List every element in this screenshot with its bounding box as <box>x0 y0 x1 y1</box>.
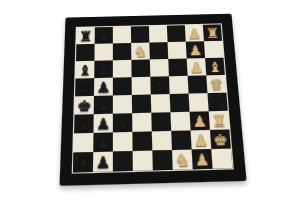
square-a4[interactable] <box>149 26 168 43</box>
square-e3[interactable] <box>170 94 190 113</box>
square-c5[interactable] <box>131 59 150 77</box>
piece-black-pawn-g7[interactable]: ♟ <box>96 134 111 150</box>
square-c2[interactable]: ♟ <box>187 58 207 76</box>
piece-white-queen-d1[interactable]: ♛ <box>209 77 224 92</box>
piece-black-knight-d4[interactable]: ♞ <box>153 78 167 93</box>
square-d7[interactable]: ♟ <box>94 78 113 96</box>
square-c4[interactable] <box>150 59 169 77</box>
square-d2[interactable] <box>188 75 208 93</box>
square-f5[interactable] <box>132 113 152 132</box>
square-f7[interactable]: ♟ <box>93 114 112 133</box>
square-b3[interactable] <box>168 42 187 59</box>
square-f2[interactable]: ♟ <box>190 111 210 130</box>
piece-white-rook-a1[interactable]: ♜ <box>205 26 219 40</box>
piece-white-pawn-h2[interactable]: ♟ <box>194 151 210 168</box>
square-b5[interactable]: ♞ <box>131 43 150 60</box>
square-e5[interactable] <box>132 94 151 113</box>
piece-white-king-g1[interactable]: ♚ <box>213 131 229 147</box>
square-c7[interactable]: ♟ <box>94 60 113 78</box>
square-g3[interactable] <box>171 130 191 150</box>
square-g8[interactable] <box>73 133 93 153</box>
square-b7[interactable] <box>94 43 112 60</box>
chess-board-grid: ♜♟♟♜♞♟♝♟♟♝♛♟♞♛♚♟♝♟♞♟♜♟♟♚♜♟♞♟ <box>73 24 233 172</box>
square-h4[interactable] <box>152 150 172 170</box>
piece-black-pawn-a7[interactable]: ♟ <box>97 28 110 42</box>
piece-black-rook-h8[interactable]: ♜ <box>76 154 91 171</box>
square-f3[interactable] <box>170 112 190 131</box>
square-g2[interactable]: ♟ <box>191 130 212 150</box>
square-a3[interactable] <box>167 25 186 42</box>
square-d5[interactable] <box>132 77 151 95</box>
square-e8[interactable]: ♚ <box>74 96 93 115</box>
square-c8[interactable]: ♝ <box>75 61 94 79</box>
square-b2[interactable]: ♟ <box>186 41 205 58</box>
square-g5[interactable] <box>132 131 152 151</box>
piece-black-queen-d8[interactable]: ♛ <box>78 80 92 95</box>
square-f8[interactable]: ♝ <box>74 114 94 133</box>
piece-black-bishop-c8[interactable]: ♝ <box>78 62 92 77</box>
square-h5[interactable] <box>133 151 153 171</box>
square-f1[interactable]: ♜ <box>209 111 230 130</box>
square-a8[interactable]: ♜ <box>76 27 94 44</box>
square-g7[interactable]: ♟ <box>93 132 113 152</box>
square-b8[interactable] <box>76 44 95 61</box>
square-h2[interactable]: ♟ <box>192 149 213 169</box>
square-h8[interactable]: ♜ <box>73 152 93 172</box>
piece-black-pawn-h7[interactable]: ♟ <box>96 153 111 170</box>
piece-white-bishop-c1[interactable]: ♝ <box>208 59 223 74</box>
piece-black-bishop-f8[interactable]: ♝ <box>77 116 92 132</box>
square-b1[interactable] <box>204 41 224 58</box>
square-g1[interactable]: ♚ <box>210 129 231 149</box>
square-b4[interactable] <box>149 42 168 59</box>
square-a1[interactable]: ♜ <box>203 24 222 41</box>
square-e4[interactable] <box>151 94 171 113</box>
square-d3[interactable] <box>169 76 189 94</box>
square-f6[interactable]: ♞ <box>113 113 132 132</box>
piece-white-rook-f1[interactable]: ♜ <box>211 112 226 128</box>
piece-white-knight-h3[interactable]: ♞ <box>175 151 190 168</box>
square-g4[interactable] <box>152 131 172 151</box>
piece-white-pawn-f2[interactable]: ♟ <box>192 113 207 129</box>
square-a2[interactable]: ♟ <box>185 25 204 42</box>
chess-photo-scene: ♜♟♟♜♞♟♝♟♟♝♛♟♞♛♚♟♝♟♞♟♜♟♟♚♜♟♞♟ <box>0 0 300 200</box>
square-h7[interactable]: ♟ <box>93 152 113 172</box>
square-b6[interactable] <box>113 43 131 60</box>
square-d4[interactable]: ♞ <box>150 76 169 94</box>
square-h1[interactable] <box>211 149 232 169</box>
piece-white-pawn-g2[interactable]: ♟ <box>193 132 208 148</box>
piece-black-knight-f6[interactable]: ♞ <box>115 115 129 131</box>
square-e7[interactable]: ♟ <box>94 95 113 114</box>
square-h3[interactable]: ♞ <box>172 150 193 170</box>
square-c1[interactable]: ♝ <box>205 58 225 76</box>
square-a6[interactable] <box>113 26 131 43</box>
square-f4[interactable] <box>151 112 171 131</box>
piece-white-knight-b5[interactable]: ♞ <box>134 44 148 58</box>
square-a7[interactable]: ♟ <box>95 27 113 44</box>
piece-white-pawn-c2[interactable]: ♟ <box>189 60 204 75</box>
piece-white-pawn-a2[interactable]: ♟ <box>187 26 201 40</box>
piece-black-pawn-e7[interactable]: ♟ <box>96 97 110 112</box>
piece-black-rook-a8[interactable]: ♜ <box>79 29 93 43</box>
square-d1[interactable]: ♛ <box>206 75 226 93</box>
square-a5[interactable] <box>131 26 149 43</box>
square-g6[interactable] <box>113 132 133 152</box>
piece-black-king-e8[interactable]: ♚ <box>77 98 91 113</box>
chess-board: ♜♟♟♜♞♟♝♟♟♝♛♟♞♛♚♟♝♟♞♟♜♟♟♚♜♟♞♟ <box>72 23 234 173</box>
square-h6[interactable] <box>113 151 133 171</box>
piece-white-pawn-b2[interactable]: ♟ <box>188 43 202 57</box>
square-d6[interactable] <box>113 77 132 95</box>
square-c3[interactable] <box>168 59 187 77</box>
square-e1[interactable] <box>207 93 227 112</box>
piece-black-pawn-c7[interactable]: ♟ <box>97 62 111 77</box>
square-e2[interactable] <box>189 93 209 112</box>
square-c6[interactable] <box>113 60 132 78</box>
piece-black-pawn-f7[interactable]: ♟ <box>96 115 110 131</box>
piece-black-pawn-d7[interactable]: ♟ <box>96 79 110 94</box>
chess-board-frame: ♜♟♟♜♞♟♝♟♟♝♛♟♞♛♚♟♝♟♞♟♜♟♟♚♜♟♞♟ <box>60 14 247 186</box>
square-e6[interactable] <box>113 95 132 114</box>
square-d8[interactable]: ♛ <box>75 78 94 96</box>
